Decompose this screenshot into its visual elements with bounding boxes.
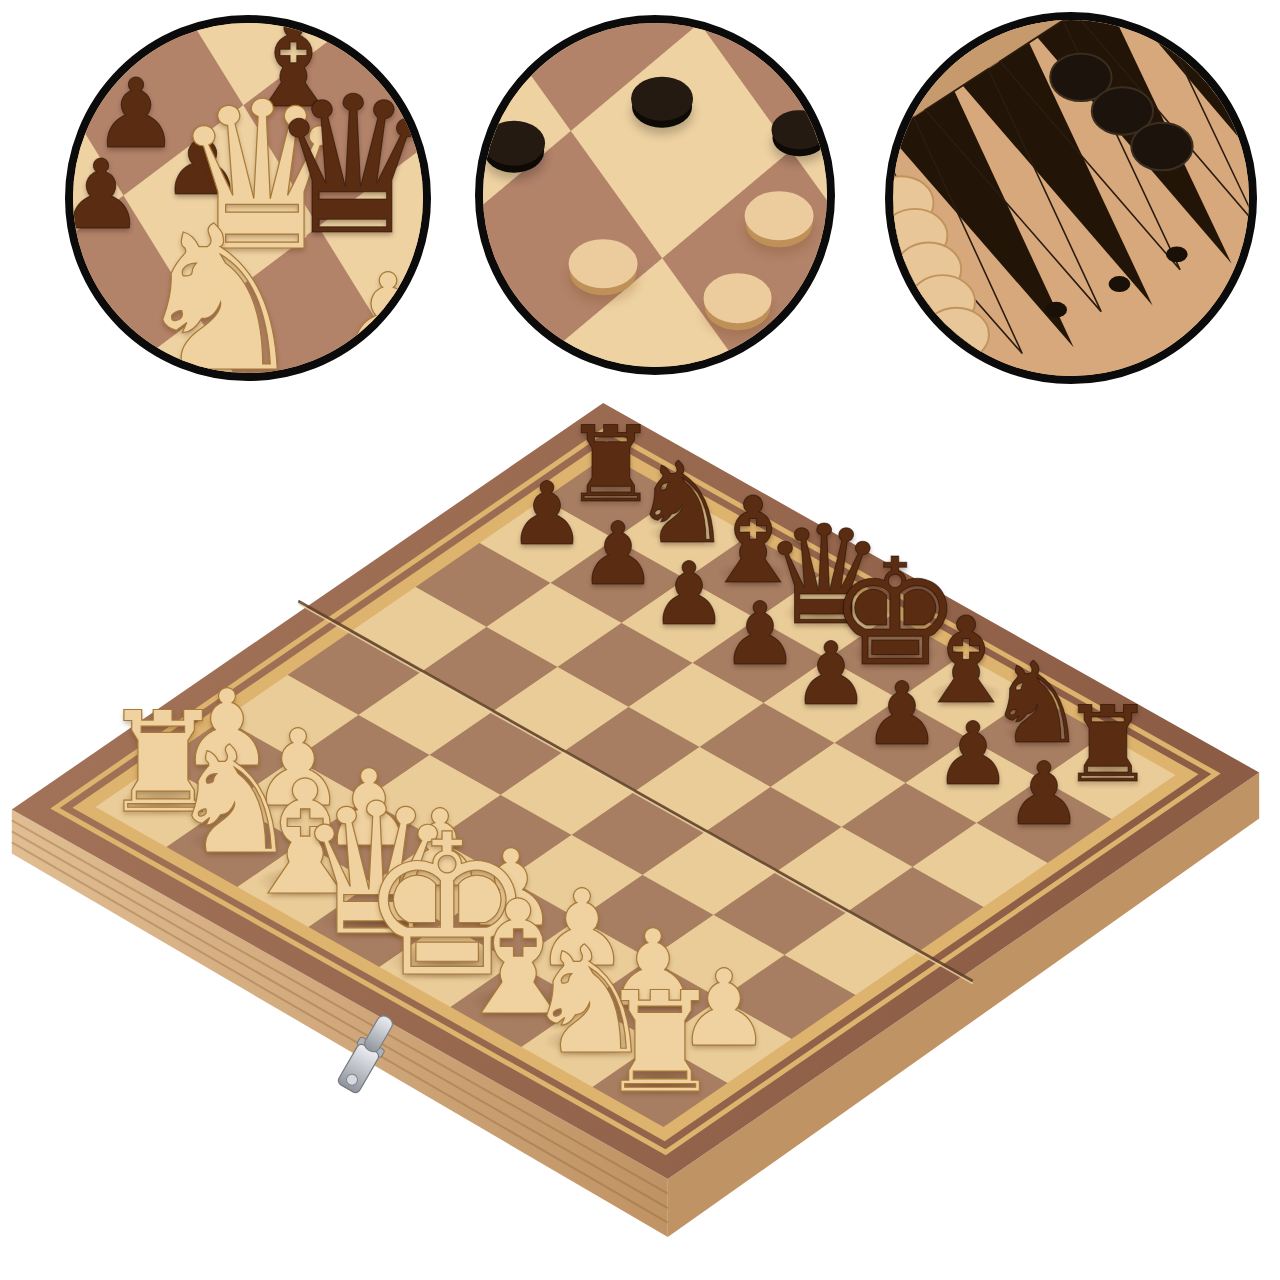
piece-black-pawn: ♟	[934, 711, 1012, 798]
piece-black-pawn: ♟	[508, 471, 586, 558]
piece-black-pawn: ♟	[579, 511, 657, 598]
piece-black-pawn: ♟	[1005, 751, 1083, 838]
piece-white-rook: ♜	[598, 974, 723, 1113]
piece-black-pawn: ♟	[863, 671, 941, 758]
piece-black-pawn: ♟	[792, 631, 870, 718]
piece-black-pawn: ♟	[650, 551, 728, 638]
product-photo: ♝♟♟♟♛♛♞♟ ♜♞♝♛♚♝♞♜♟♟♟♟♟♟♟♟♟♟♟♟♟♟♟♟♜♞♝♛♚♝♞…	[0, 0, 1280, 1280]
piece-black-pawn: ♟	[721, 591, 799, 678]
